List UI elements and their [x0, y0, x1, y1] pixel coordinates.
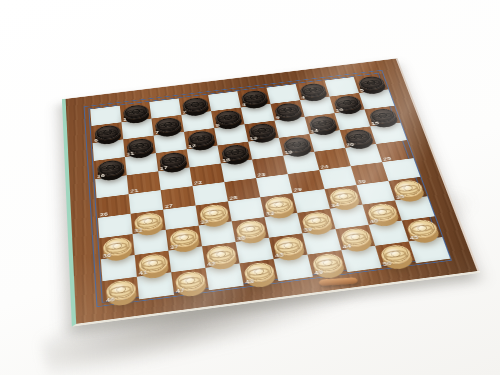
square-number: 2 [183, 110, 187, 114]
square-number: 50 [382, 261, 392, 267]
square-number: 49 [314, 270, 324, 276]
square-number: 48 [245, 279, 255, 285]
light-square [137, 272, 174, 299]
square-number: 1 [123, 117, 127, 121]
wooden-dowel [319, 277, 358, 286]
light-square [205, 263, 243, 290]
draughts-board: 1⛂2⛂3⛂4⛂5⛂6⛂7⛂8⛂9⛂10⛂11⛂12⛂13⛂14⛂15⛂16⛂1… [62, 58, 480, 327]
square-number: 6 [94, 138, 98, 142]
play-area: 1⛂2⛂3⛂4⛂5⛂6⛂7⛂8⛂9⛂10⛂11⛂12⛂13⛂14⛂15⛂16⛂1… [90, 74, 442, 301]
square-number: 47 [176, 288, 186, 294]
square-number: 46 [106, 297, 115, 303]
square-46[interactable]: 46⛀ [102, 277, 139, 304]
square-number: 9 [275, 116, 280, 120]
square-number: 8 [215, 123, 220, 127]
square-number: 5 [359, 88, 364, 92]
light-square [274, 255, 313, 282]
square-number: 3 [242, 103, 247, 107]
light-square [409, 237, 450, 263]
square-48[interactable]: 48⛀ [240, 259, 279, 286]
square-49[interactable]: 49⛀ [308, 250, 348, 276]
square-47[interactable]: 47⛀ [171, 268, 209, 295]
square-number: 4 [301, 95, 306, 99]
board-perspective-wrapper: 1⛂2⛂3⛂4⛂5⛂6⛂7⛂8⛂9⛂10⛂11⛂12⛂13⛂14⛂15⛂16⛂1… [31, 0, 472, 375]
square-number: 7 [155, 131, 159, 135]
